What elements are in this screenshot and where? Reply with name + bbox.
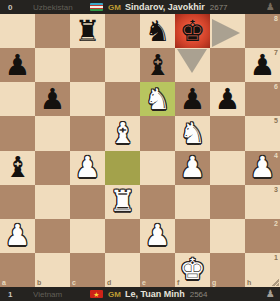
square-c8[interactable]: ♜ — [70, 14, 105, 48]
square-g1[interactable]: g — [210, 253, 245, 287]
score-white: 1 — [5, 290, 33, 299]
square-a1[interactable]: a — [0, 253, 35, 287]
square-b7[interactable] — [35, 48, 70, 82]
board-squares: ♜♞♚8♟♝♟7♟♞♟♟6♝♞5♝♟♟♟4♜3♟♟2abcde♚fgh1 — [0, 14, 280, 287]
file-label-g: g — [212, 279, 216, 286]
square-h4[interactable]: ♟4 — [245, 151, 280, 185]
square-b5[interactable] — [35, 116, 70, 150]
square-d6[interactable] — [105, 82, 140, 116]
title-white: GM — [108, 290, 121, 299]
square-d3[interactable]: ♜ — [105, 185, 140, 219]
square-a4[interactable]: ♝ — [0, 151, 35, 185]
country-black: Uzbekistan — [33, 3, 90, 12]
rank-label-4: 4 — [274, 152, 278, 159]
square-a7[interactable]: ♟ — [0, 48, 35, 82]
square-h7[interactable]: ♟7 — [245, 48, 280, 82]
white-pawn-a2: ♟ — [0, 219, 35, 253]
white-rook-d3: ♜ — [105, 185, 140, 219]
country-white: Vietnam — [33, 290, 90, 299]
white-knight-f5: ♞ — [175, 116, 210, 150]
square-e7[interactable]: ♝ — [140, 48, 175, 82]
square-g5[interactable] — [210, 116, 245, 150]
square-a8[interactable] — [0, 14, 35, 48]
square-f1[interactable]: ♚f — [175, 253, 210, 287]
square-f8[interactable]: ♚ — [175, 14, 210, 48]
square-f5[interactable]: ♞ — [175, 116, 210, 150]
square-a3[interactable] — [0, 185, 35, 219]
square-a6[interactable] — [0, 82, 35, 116]
white-pawn-c4: ♟ — [70, 151, 105, 185]
square-e8[interactable]: ♞ — [140, 14, 175, 48]
black-knight-e8: ♞ — [140, 14, 175, 48]
square-a5[interactable] — [0, 116, 35, 150]
player-name-white: Le, Tuan Minh — [125, 289, 185, 299]
white-pawn-icon: ♟ — [266, 289, 275, 299]
square-h6[interactable]: 6 — [245, 82, 280, 116]
black-pawn-f6: ♟ — [175, 82, 210, 116]
chess-board: ♜♞♚8♟♝♟7♟♞♟♟6♝♞5♝♟♟♟4♜3♟♟2abcde♚fgh1 — [0, 14, 280, 287]
title-black: GM — [108, 3, 121, 12]
square-d7[interactable] — [105, 48, 140, 82]
square-d4[interactable] — [105, 151, 140, 185]
rating-white: 2564 — [190, 290, 208, 299]
player-bar-white[interactable]: 1 Vietnam ★ GM Le, Tuan Minh 2564 ♟ — [0, 287, 280, 301]
square-f7[interactable] — [175, 48, 210, 82]
rank-label-8: 8 — [274, 15, 278, 22]
file-label-c: c — [72, 279, 76, 286]
square-e1[interactable]: e — [140, 253, 175, 287]
broadcast-board-widget: 0 Uzbekistan GM Sindarov, Javokhir 2677 … — [0, 0, 280, 301]
black-pawn-b6: ♟ — [35, 82, 70, 116]
square-h5[interactable]: 5 — [245, 116, 280, 150]
square-g2[interactable] — [210, 219, 245, 253]
vietnam-star-icon: ★ — [93, 291, 99, 298]
rating-black: 2677 — [210, 3, 228, 12]
square-b2[interactable] — [35, 219, 70, 253]
square-e6[interactable]: ♞ — [140, 82, 175, 116]
square-e5[interactable] — [140, 116, 175, 150]
rank-label-5: 5 — [274, 117, 278, 124]
black-pawn-a7: ♟ — [0, 48, 35, 82]
rank-label-2: 2 — [274, 220, 278, 227]
white-pawn-f4: ♟ — [175, 151, 210, 185]
square-g4[interactable] — [210, 151, 245, 185]
file-label-h: h — [247, 279, 251, 286]
square-b6[interactable]: ♟ — [35, 82, 70, 116]
square-d1[interactable]: d — [105, 253, 140, 287]
square-e2[interactable]: ♟ — [140, 219, 175, 253]
black-bishop-a4: ♝ — [0, 151, 35, 185]
square-f6[interactable]: ♟ — [175, 82, 210, 116]
square-b4[interactable] — [35, 151, 70, 185]
square-c7[interactable] — [70, 48, 105, 82]
black-pawn-icon: ♟ — [266, 2, 275, 12]
square-f4[interactable]: ♟ — [175, 151, 210, 185]
black-rook-c8: ♜ — [70, 14, 105, 48]
square-b3[interactable] — [35, 185, 70, 219]
resize-grip-icon[interactable] — [271, 278, 279, 286]
black-pawn-g6: ♟ — [210, 82, 245, 116]
square-c4[interactable]: ♟ — [70, 151, 105, 185]
rank-label-7: 7 — [274, 49, 278, 56]
rank-label-6: 6 — [274, 83, 278, 90]
square-d8[interactable] — [105, 14, 140, 48]
rank-label-3: 3 — [274, 186, 278, 193]
white-knight-e6: ♞ — [140, 82, 175, 116]
white-king-f1: ♚ — [175, 253, 210, 287]
file-label-d: d — [107, 279, 111, 286]
file-label-e: e — [142, 279, 146, 286]
square-h3[interactable]: 3 — [245, 185, 280, 219]
square-g3[interactable] — [210, 185, 245, 219]
square-e4[interactable] — [140, 151, 175, 185]
score-black: 0 — [5, 3, 33, 12]
square-h8[interactable]: 8 — [245, 14, 280, 48]
square-a2[interactable]: ♟ — [0, 219, 35, 253]
vietnam-flag-icon: ★ — [90, 290, 103, 298]
black-bishop-e7: ♝ — [140, 48, 175, 82]
player-name-black: Sindarov, Javokhir — [125, 2, 205, 12]
square-d5[interactable]: ♝ — [105, 116, 140, 150]
square-h2[interactable]: 2 — [245, 219, 280, 253]
square-d2[interactable] — [105, 219, 140, 253]
square-c3[interactable] — [70, 185, 105, 219]
square-f3[interactable] — [175, 185, 210, 219]
white-bishop-d5: ♝ — [105, 116, 140, 150]
square-g7[interactable] — [210, 48, 245, 82]
square-b8[interactable] — [35, 14, 70, 48]
square-c2[interactable] — [70, 219, 105, 253]
square-c1[interactable]: c — [70, 253, 105, 287]
player-bar-black[interactable]: 0 Uzbekistan GM Sindarov, Javokhir 2677 … — [0, 0, 280, 14]
square-c5[interactable] — [70, 116, 105, 150]
file-label-b: b — [37, 279, 41, 286]
file-label-a: a — [2, 279, 6, 286]
square-c6[interactable] — [70, 82, 105, 116]
square-g8[interactable] — [210, 14, 245, 48]
white-pawn-e2: ♟ — [140, 219, 175, 253]
square-b1[interactable]: b — [35, 253, 70, 287]
square-f2[interactable] — [175, 219, 210, 253]
black-king-f8: ♚ — [175, 14, 210, 48]
square-g6[interactable]: ♟ — [210, 82, 245, 116]
file-label-f: f — [177, 279, 179, 286]
uzbekistan-flag-icon — [90, 3, 103, 11]
square-e3[interactable] — [140, 185, 175, 219]
rank-label-1: 1 — [274, 254, 278, 261]
